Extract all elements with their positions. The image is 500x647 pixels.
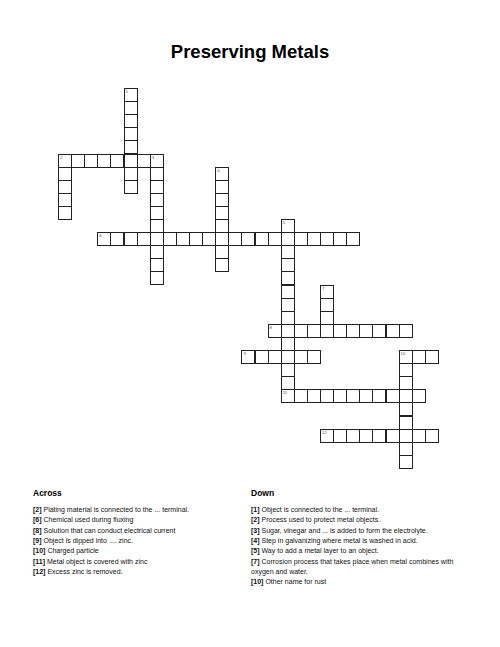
clue-number-label: 11: [283, 390, 287, 395]
grid-cell[interactable]: [399, 429, 413, 443]
grid-cell[interactable]: [281, 324, 295, 338]
grid-cell[interactable]: 11: [281, 389, 295, 403]
clue-item-text: Object is connected to the ... terminal.: [260, 506, 379, 513]
grid-cell[interactable]: [58, 206, 72, 220]
grid-cell[interactable]: [124, 154, 138, 168]
grid-cell[interactable]: [333, 324, 347, 338]
grid-cell[interactable]: [255, 232, 269, 246]
clue-item-text: Other name for rust: [263, 578, 326, 585]
clue-item-number: [2]: [251, 516, 260, 523]
grid-cell[interactable]: [425, 429, 439, 443]
grid-cell[interactable]: [386, 389, 400, 403]
grid-cell[interactable]: [215, 180, 229, 194]
grid-cell[interactable]: [202, 232, 216, 246]
grid-cell[interactable]: [281, 271, 295, 285]
grid-cell[interactable]: [124, 140, 138, 154]
across-clues-header: Across: [33, 489, 245, 498]
grid-cell[interactable]: 8: [268, 324, 282, 338]
grid-cell[interactable]: [281, 350, 295, 364]
grid-cell[interactable]: [320, 324, 334, 338]
clue-number-label: 3: [152, 155, 154, 160]
grid-cell[interactable]: [425, 350, 439, 364]
grid-cell[interactable]: [320, 232, 334, 246]
grid-cell[interactable]: [150, 271, 164, 285]
grid-cell[interactable]: [372, 389, 386, 403]
grid-cell[interactable]: [346, 429, 360, 443]
clue-item-text: Way to add a metal layer to an object.: [260, 547, 379, 554]
across-clues-section: Across [2] Plating material is connected…: [33, 489, 245, 577]
clue-item-text: Object is dipped into .... zinc.: [42, 537, 133, 544]
grid-cell[interactable]: [333, 232, 347, 246]
clue-item: [5] Way to add a metal layer to an objec…: [251, 546, 456, 556]
grid-cell[interactable]: [412, 429, 426, 443]
grid-cell[interactable]: [124, 180, 138, 194]
clue-item: [8] Solution that can conduct electrical…: [33, 526, 245, 536]
clue-number-label: 6: [99, 233, 101, 238]
grid-cell[interactable]: [399, 416, 413, 430]
clue-number-label: 9: [243, 351, 245, 356]
grid-cell[interactable]: [150, 258, 164, 272]
grid-cell[interactable]: 12: [320, 429, 334, 443]
grid-cell[interactable]: [281, 363, 295, 377]
grid-cell[interactable]: [150, 167, 164, 181]
clue-item: [2] Plating material is connected to the…: [33, 505, 245, 515]
grid-cell[interactable]: [124, 127, 138, 141]
clue-item-text: Charged particle: [45, 547, 98, 554]
grid-cell[interactable]: 6: [97, 232, 111, 246]
grid-cell[interactable]: [124, 167, 138, 181]
puzzle-title: Preserving Metals: [0, 41, 500, 63]
grid-cell[interactable]: [71, 154, 85, 168]
clue-item: [1] Object is connected to the ... termi…: [251, 505, 456, 515]
grid-cell[interactable]: [346, 232, 360, 246]
clue-item-text: Process used to protect metal objects.: [260, 516, 381, 523]
grid-cell[interactable]: [399, 324, 413, 338]
clue-number-label: 5: [283, 220, 285, 225]
grid-cell[interactable]: [281, 258, 295, 272]
grid-cell[interactable]: [215, 232, 229, 246]
clue-number-label: 8: [270, 325, 272, 330]
clue-item: [2] Process used to protect metal object…: [251, 515, 456, 525]
crossword-grid: 123456789101112: [58, 88, 440, 470]
grid-cell[interactable]: [399, 363, 413, 377]
grid-cell[interactable]: [281, 376, 295, 390]
clue-number-label: 12: [322, 430, 327, 435]
grid-cell[interactable]: [58, 180, 72, 194]
clue-item-number: [7]: [251, 558, 260, 565]
grid-cell[interactable]: [58, 167, 72, 181]
clue-item-number: [6]: [33, 516, 42, 523]
grid-cell[interactable]: [84, 154, 98, 168]
clue-item-number: [11]: [33, 558, 45, 565]
clue-item-number: [10]: [251, 578, 263, 585]
grid-cell[interactable]: [124, 232, 138, 246]
clue-item-text: Metal object is covered with zinc: [45, 558, 147, 565]
grid-cell[interactable]: [307, 389, 321, 403]
clue-item-number: [3]: [251, 527, 260, 534]
grid-cell[interactable]: [228, 232, 242, 246]
grid-cell[interactable]: [294, 389, 308, 403]
grid-cell[interactable]: [281, 245, 295, 259]
clue-number-label: 2: [60, 155, 62, 160]
down-clues-header: Down: [251, 489, 456, 498]
grid-cell[interactable]: [281, 311, 295, 325]
clue-item: [6] Chemical used during fluxing: [33, 515, 245, 525]
clue-item: [10] Charged particle: [33, 546, 245, 556]
clue-item-number: [2]: [33, 506, 42, 513]
grid-cell[interactable]: [386, 324, 400, 338]
down-clues-section: Down [1] Object is connected to the ... …: [251, 489, 456, 588]
grid-cell[interactable]: [150, 180, 164, 194]
grid-cell[interactable]: [307, 324, 321, 338]
grid-cell[interactable]: [399, 442, 413, 456]
clue-item-number: [10]: [33, 547, 45, 554]
grid-cell[interactable]: [346, 324, 360, 338]
clue-item-text: Corrosion process that takes place when …: [251, 558, 453, 575]
grid-cell[interactable]: [359, 429, 373, 443]
grid-cell[interactable]: [281, 337, 295, 351]
crossword-page: Preserving Metals 123456789101112 Across…: [0, 0, 500, 647]
clue-item-number: [4]: [251, 537, 260, 544]
grid-cell[interactable]: [412, 350, 426, 364]
clue-item-number: [5]: [251, 547, 260, 554]
clue-item-number: [12]: [33, 568, 45, 575]
clue-number-label: 10: [401, 351, 406, 356]
grid-cell[interactable]: [294, 350, 308, 364]
clue-item-number: [8]: [33, 527, 42, 534]
clue-item-text: Step in galvanizing where metal is washe…: [260, 537, 418, 544]
grid-cell[interactable]: [110, 154, 124, 168]
grid-cell[interactable]: 1: [124, 88, 138, 102]
grid-cell[interactable]: [333, 389, 347, 403]
grid-cell[interactable]: [176, 232, 190, 246]
grid-cell[interactable]: [307, 350, 321, 364]
down-clue-list: [1] Object is connected to the ... termi…: [251, 505, 456, 588]
grid-cell[interactable]: [150, 193, 164, 207]
clue-item-text: Excess zinc is removed.: [45, 568, 122, 575]
grid-cell[interactable]: 9: [241, 350, 255, 364]
grid-cell[interactable]: [110, 232, 124, 246]
grid-cell[interactable]: [412, 389, 426, 403]
grid-cell[interactable]: [399, 402, 413, 416]
grid-cell[interactable]: [372, 429, 386, 443]
grid-cell[interactable]: [58, 193, 72, 207]
grid-cell[interactable]: 4: [215, 167, 229, 181]
grid-cell[interactable]: [137, 154, 151, 168]
clue-item: [10] Other name for rust: [251, 577, 456, 587]
grid-cell[interactable]: [268, 350, 282, 364]
clue-item: [7] Corrosion process that takes place w…: [251, 557, 456, 578]
grid-cell[interactable]: [124, 114, 138, 128]
grid-cell[interactable]: [320, 311, 334, 325]
clue-number-label: 4: [217, 168, 219, 173]
grid-cell[interactable]: [215, 206, 229, 220]
grid-cell[interactable]: [372, 324, 386, 338]
grid-cell[interactable]: [399, 376, 413, 390]
clue-item-number: [1]: [251, 506, 260, 513]
grid-cell[interactable]: [399, 455, 413, 469]
grid-cell[interactable]: [150, 206, 164, 220]
grid-cell[interactable]: [294, 324, 308, 338]
grid-cell[interactable]: [150, 245, 164, 259]
clue-item-text: Plating material is connected to the ...…: [42, 506, 189, 513]
grid-cell[interactable]: [163, 232, 177, 246]
grid-cell[interactable]: 7: [320, 285, 334, 299]
grid-cell[interactable]: [399, 389, 413, 403]
clue-number-label: 7: [322, 286, 324, 291]
clue-item: [11] Metal object is covered with zinc: [33, 557, 245, 567]
grid-cell[interactable]: [97, 154, 111, 168]
grid-cell[interactable]: [189, 232, 203, 246]
grid-cell[interactable]: [320, 389, 334, 403]
clue-item: [9] Object is dipped into .... zinc.: [33, 536, 245, 546]
grid-cell[interactable]: [215, 219, 229, 233]
across-clue-list: [2] Plating material is connected to the…: [33, 505, 245, 577]
grid-cell[interactable]: [320, 298, 334, 312]
grid-cell[interactable]: [215, 258, 229, 272]
grid-cell[interactable]: [137, 232, 151, 246]
grid-cell[interactable]: [346, 389, 360, 403]
clue-item-text: Chemical used during fluxing: [42, 516, 134, 523]
clue-item-text: Solution that can conduct electrical cur…: [42, 527, 176, 534]
grid-cell[interactable]: [333, 429, 347, 443]
grid-cell[interactable]: [268, 232, 282, 246]
grid-cell[interactable]: [281, 285, 295, 299]
grid-cell[interactable]: [281, 298, 295, 312]
grid-cell[interactable]: [386, 429, 400, 443]
grid-cell[interactable]: [215, 193, 229, 207]
clue-item-text: Sugar, vinegar and ... is added to form …: [260, 527, 428, 534]
grid-cell[interactable]: [241, 232, 255, 246]
grid-cell[interactable]: [150, 232, 164, 246]
clue-number-label: 1: [126, 89, 128, 94]
grid-cell[interactable]: [255, 350, 269, 364]
grid-cell[interactable]: [359, 324, 373, 338]
grid-cell[interactable]: [281, 232, 295, 246]
grid-cell[interactable]: 2: [58, 154, 72, 168]
grid-cell[interactable]: 3: [150, 154, 164, 168]
grid-cell[interactable]: [359, 389, 373, 403]
grid-cell[interactable]: [294, 232, 308, 246]
grid-cell[interactable]: 5: [281, 219, 295, 233]
clue-item: [4] Step in galvanizing where metal is w…: [251, 536, 456, 546]
grid-cell[interactable]: [307, 232, 321, 246]
clue-item: [12] Excess zinc is removed.: [33, 567, 245, 577]
grid-cell[interactable]: 10: [399, 350, 413, 364]
grid-cell[interactable]: [150, 219, 164, 233]
grid-cell[interactable]: [215, 245, 229, 259]
clue-item: [3] Sugar, vinegar and ... is added to f…: [251, 526, 456, 536]
grid-cell[interactable]: [124, 101, 138, 115]
clue-item-number: [9]: [33, 537, 42, 544]
